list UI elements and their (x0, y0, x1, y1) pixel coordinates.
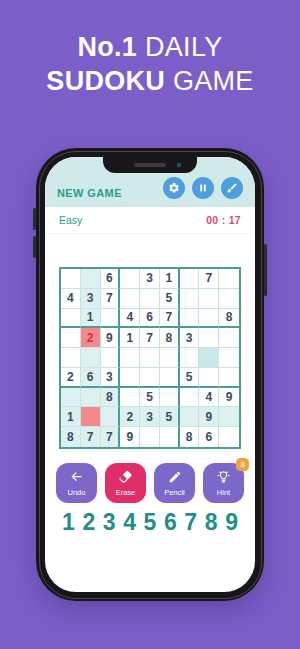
cell-r2c7[interactable] (180, 289, 200, 309)
cell-r5c9[interactable] (219, 348, 239, 368)
cell-r1c8[interactable]: 7 (199, 269, 219, 289)
front-camera (177, 163, 181, 167)
cell-r5c2[interactable] (81, 348, 101, 368)
cell-r3c4[interactable]: 4 (120, 309, 140, 329)
undo-button[interactable]: Undo (56, 463, 97, 503)
cell-r3c6[interactable]: 7 (160, 309, 180, 329)
settings-button[interactable] (163, 177, 185, 199)
cell-r5c1[interactable] (61, 348, 81, 368)
numpad-7[interactable]: 7 (184, 511, 197, 534)
cell-r7c4[interactable] (120, 388, 140, 408)
cell-r2c1[interactable]: 4 (61, 289, 81, 309)
cell-r6c8[interactable] (199, 368, 219, 388)
cell-r7c8[interactable]: 4 (199, 388, 219, 408)
eraser-icon (118, 469, 133, 487)
header-buttons (163, 177, 243, 199)
brush-icon (226, 182, 238, 194)
cell-r4c8[interactable] (199, 328, 219, 348)
info-bar: Easy 00 : 17 (45, 207, 255, 234)
numpad-5[interactable]: 5 (144, 511, 157, 534)
volume-down-button (33, 236, 36, 258)
cell-r6c9[interactable] (219, 368, 239, 388)
cell-r1c4[interactable] (120, 269, 140, 289)
cell-r7c1[interactable] (61, 388, 81, 408)
cell-r1c6[interactable]: 1 (160, 269, 180, 289)
cell-r7c3[interactable]: 8 (101, 388, 121, 408)
hint-button-label: Hint (217, 489, 230, 497)
hint-button[interactable]: Hint3 (203, 463, 244, 503)
undo-button-label: Undo (68, 489, 86, 497)
volume-up-button (33, 208, 36, 230)
pencil-icon (168, 470, 182, 487)
cell-r1c9[interactable] (219, 269, 239, 289)
pause-icon (197, 182, 209, 194)
toolbar: UndoErasePencilHint3 (45, 463, 255, 503)
cell-r9c7[interactable]: 8 (180, 427, 200, 447)
pencil-button[interactable]: Pencil (154, 463, 195, 503)
erase-button-label: Erase (116, 489, 136, 497)
cell-r4c6[interactable]: 8 (160, 328, 180, 348)
cell-r5c3[interactable] (101, 348, 121, 368)
page-title-line2: SUDOKU GAME (0, 64, 300, 98)
cell-r4c9[interactable] (219, 328, 239, 348)
cell-r1c7[interactable] (180, 269, 200, 289)
cell-r1c3[interactable]: 6 (101, 269, 121, 289)
speaker-grill (134, 163, 166, 167)
phone-mockup: NEW GAME Easy 00 : 17 631743751467829178… (36, 148, 264, 601)
cell-r8c8[interactable]: 9 (199, 407, 219, 427)
cell-r7c9[interactable]: 9 (219, 388, 239, 408)
cell-r3c5[interactable]: 6 (140, 309, 160, 329)
cell-r8c1[interactable]: 1 (61, 407, 81, 427)
cell-r5c4[interactable] (120, 348, 140, 368)
cell-r3c8[interactable] (199, 309, 219, 329)
cell-r8c7[interactable] (180, 407, 200, 427)
cell-r1c2[interactable] (81, 269, 101, 289)
sudoku-board: 63174375146782917832635854912359877986 (59, 267, 241, 449)
timer: 00 : 17 (206, 214, 241, 226)
cell-r8c3[interactable] (101, 407, 121, 427)
theme-button[interactable] (221, 177, 243, 199)
cell-r1c5[interactable]: 3 (140, 269, 160, 289)
cell-r6c3[interactable]: 3 (101, 368, 121, 388)
cell-r4c4[interactable]: 1 (120, 328, 140, 348)
cell-r9c2[interactable]: 7 (81, 427, 101, 447)
pause-button[interactable] (192, 177, 214, 199)
cell-r4c1[interactable] (61, 328, 81, 348)
cell-r2c8[interactable] (199, 289, 219, 309)
cell-r9c6[interactable] (160, 427, 180, 447)
numpad-4[interactable]: 4 (123, 511, 136, 534)
cell-r9c4[interactable]: 9 (120, 427, 140, 447)
numpad-8[interactable]: 8 (205, 511, 218, 534)
numpad-9[interactable]: 9 (225, 511, 238, 534)
lightbulb-icon (216, 469, 231, 487)
cell-r4c2[interactable]: 2 (81, 328, 101, 348)
cell-r4c7[interactable]: 3 (180, 328, 200, 348)
cell-r3c9[interactable]: 8 (219, 309, 239, 329)
cell-r6c4[interactable] (120, 368, 140, 388)
cell-r8c6[interactable]: 5 (160, 407, 180, 427)
erase-button[interactable]: Erase (105, 463, 146, 503)
number-pad: 123456789 (62, 511, 238, 534)
difficulty-label: Easy (59, 214, 82, 226)
settings-icon (168, 182, 180, 194)
cell-r9c3[interactable]: 7 (101, 427, 121, 447)
cell-r4c5[interactable]: 7 (140, 328, 160, 348)
cell-r3c3[interactable] (101, 309, 121, 329)
page-title: No.1 DAILY SUDOKU GAME (0, 0, 300, 98)
cell-r8c9[interactable] (219, 407, 239, 427)
cell-r2c4[interactable] (120, 289, 140, 309)
cell-r5c8[interactable] (199, 348, 219, 368)
cell-r7c6[interactable] (160, 388, 180, 408)
cell-r6c7[interactable]: 5 (180, 368, 200, 388)
cell-r2c2[interactable]: 3 (81, 289, 101, 309)
phone-screen: NEW GAME Easy 00 : 17 631743751467829178… (45, 157, 255, 592)
cell-r9c5[interactable] (140, 427, 160, 447)
app-store-screenshot: No.1 DAILY SUDOKU GAME NEW GAME Easy 00 … (0, 0, 300, 649)
new-game-title: NEW GAME (57, 187, 122, 199)
cell-r5c6[interactable] (160, 348, 180, 368)
cell-r2c3[interactable]: 7 (101, 289, 121, 309)
cell-r2c6[interactable]: 5 (160, 289, 180, 309)
cell-r7c5[interactable]: 5 (140, 388, 160, 408)
power-button (264, 244, 267, 296)
page-title-line1: No.1 DAILY (0, 30, 300, 64)
cell-r2c9[interactable] (219, 289, 239, 309)
cell-r6c1[interactable]: 2 (61, 368, 81, 388)
cell-r8c5[interactable]: 3 (140, 407, 160, 427)
cell-r6c6[interactable] (160, 368, 180, 388)
cell-r3c1[interactable] (61, 309, 81, 329)
cell-r9c8[interactable]: 6 (199, 427, 219, 447)
numpad-3[interactable]: 3 (103, 511, 116, 534)
pencil-button-label: Pencil (164, 489, 184, 497)
numpad-1[interactable]: 1 (62, 511, 75, 534)
numpad-6[interactable]: 6 (164, 511, 177, 534)
cell-r8c2[interactable] (81, 407, 101, 427)
cell-r3c2[interactable]: 1 (81, 309, 101, 329)
cell-r5c7[interactable] (180, 348, 200, 368)
cell-r8c4[interactable]: 2 (120, 407, 140, 427)
cell-r7c7[interactable] (180, 388, 200, 408)
cell-r5c5[interactable] (140, 348, 160, 368)
cell-r6c5[interactable] (140, 368, 160, 388)
numpad-2[interactable]: 2 (82, 511, 95, 534)
cell-r2c5[interactable] (140, 289, 160, 309)
phone-notch (103, 157, 197, 173)
undo-arrow-icon (69, 469, 84, 487)
cell-r4c3[interactable]: 9 (101, 328, 121, 348)
cell-r6c2[interactable]: 6 (81, 368, 101, 388)
cell-r1c1[interactable] (61, 269, 81, 289)
cell-r9c9[interactable] (219, 427, 239, 447)
hint-count-badge: 3 (236, 458, 249, 471)
cell-r9c1[interactable]: 8 (61, 427, 81, 447)
cell-r3c7[interactable] (180, 309, 200, 329)
cell-r7c2[interactable] (81, 388, 101, 408)
